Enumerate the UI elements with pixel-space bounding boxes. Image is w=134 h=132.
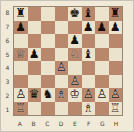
square-f4[interactable] (82, 61, 96, 75)
square-c6[interactable] (41, 34, 55, 48)
piece-white-pawn[interactable]: ♙ (96, 88, 107, 101)
square-d7[interactable] (55, 21, 69, 35)
square-d2[interactable]: ♗ (55, 88, 69, 102)
square-b5[interactable]: ♟ (28, 48, 42, 62)
piece-black-rook[interactable]: ♜ (110, 7, 121, 20)
piece-black-bishop[interactable]: ♝ (83, 48, 94, 61)
square-c7[interactable] (41, 21, 55, 35)
square-b1[interactable] (28, 102, 42, 116)
square-h7[interactable]: ♟ (109, 21, 123, 35)
file-label-e: E (68, 117, 82, 129)
square-d3[interactable] (55, 75, 69, 89)
rank-label-3: 3 (3, 75, 12, 89)
square-d4[interactable]: ♙ (55, 61, 69, 75)
square-g6[interactable] (95, 34, 109, 48)
piece-black-pawn[interactable]: ♟ (110, 21, 121, 34)
file-labels: ABCDEFGH (13, 117, 123, 129)
rank-label-7: 7 (3, 20, 12, 34)
square-a1[interactable]: ♖ (14, 102, 28, 116)
piece-white-knight[interactable]: ♘ (69, 48, 80, 61)
rank-label-8: 8 (3, 6, 12, 20)
square-c3[interactable] (41, 75, 55, 89)
piece-white-pawn[interactable]: ♙ (56, 61, 67, 74)
square-a8[interactable]: ♜ (14, 7, 28, 21)
square-e6[interactable]: ♟ (68, 34, 82, 48)
rank-label-2: 2 (3, 89, 12, 103)
piece-white-pawn[interactable]: ♙ (83, 88, 94, 101)
file-label-b: B (27, 117, 41, 129)
square-c5[interactable] (41, 48, 55, 62)
square-e1[interactable] (68, 102, 82, 116)
file-label-a: A (13, 117, 27, 129)
square-g4[interactable] (95, 61, 109, 75)
piece-white-pawn[interactable]: ♙ (69, 75, 80, 88)
square-c1[interactable] (41, 102, 55, 116)
rank-labels: 87654321 (3, 6, 12, 116)
piece-black-king[interactable]: ♚ (69, 7, 80, 20)
square-g2[interactable]: ♙ (95, 88, 109, 102)
square-f8[interactable]: ♝ (82, 7, 96, 21)
square-d1[interactable] (55, 102, 69, 116)
square-h3[interactable] (109, 75, 123, 89)
rank-label-1: 1 (3, 102, 12, 116)
piece-black-pawn[interactable]: ♟ (96, 21, 107, 34)
square-d5[interactable] (55, 48, 69, 62)
square-g1[interactable] (95, 102, 109, 116)
piece-black-pawn[interactable]: ♟ (29, 48, 40, 61)
square-h5[interactable] (109, 48, 123, 62)
piece-black-pawn[interactable]: ♟ (15, 21, 26, 34)
file-label-g: G (96, 117, 110, 129)
square-c2[interactable]: ♞ (41, 88, 55, 102)
square-e2[interactable]: ♔ (68, 88, 82, 102)
piece-white-rook[interactable]: ♖ (110, 102, 121, 115)
rank-label-6: 6 (3, 34, 12, 48)
square-e4[interactable] (68, 61, 82, 75)
square-a2[interactable]: ♙ (14, 88, 28, 102)
square-g5[interactable] (95, 48, 109, 62)
square-b6[interactable] (28, 34, 42, 48)
square-g7[interactable]: ♟ (95, 21, 109, 35)
square-g3[interactable] (95, 75, 109, 89)
square-e8[interactable]: ♚ (68, 7, 82, 21)
file-label-c: C (41, 117, 55, 129)
file-label-d: D (54, 117, 68, 129)
square-c8[interactable] (41, 7, 55, 21)
square-f5[interactable]: ♝ (82, 48, 96, 62)
square-f2[interactable]: ♙ (82, 88, 96, 102)
square-f6[interactable] (82, 34, 96, 48)
piece-black-queen[interactable]: ♛ (29, 88, 40, 101)
file-label-h: H (109, 117, 123, 129)
square-h1[interactable]: ♖ (109, 102, 123, 116)
square-e7[interactable] (68, 21, 82, 35)
square-b4[interactable] (28, 61, 42, 75)
piece-black-knight[interactable]: ♞ (42, 88, 53, 101)
square-h6[interactable] (109, 34, 123, 48)
file-label-f: F (82, 117, 96, 129)
square-b3[interactable] (28, 75, 42, 89)
piece-white-bishop[interactable]: ♗ (56, 88, 67, 101)
piece-black-pawn[interactable]: ♟ (69, 34, 80, 47)
square-b7[interactable] (28, 21, 42, 35)
square-e5[interactable]: ♘ (68, 48, 82, 62)
square-c4[interactable] (41, 61, 55, 75)
square-b8[interactable] (28, 7, 42, 21)
square-b2[interactable]: ♛ (28, 88, 42, 102)
chess-board[interactable]: ♜♚♝♜♟♟♟♟♟♕♟♘♝♙♙♙♛♞♗♔♙♙♙♖♗♖ (13, 6, 123, 116)
chess-diagram: 87654321 ♜♚♝♜♟♟♟♟♟♕♟♘♝♙♙♙♛♞♗♔♙♙♙♖♗♖ ABCD… (0, 0, 134, 132)
piece-white-pawn[interactable]: ♙ (110, 88, 121, 101)
square-a5[interactable]: ♕ (14, 48, 28, 62)
square-e3[interactable]: ♙ (68, 75, 82, 89)
square-h8[interactable]: ♜ (109, 7, 123, 21)
square-f7[interactable]: ♟ (82, 21, 96, 35)
square-a6[interactable] (14, 34, 28, 48)
square-d6[interactable] (55, 34, 69, 48)
square-h2[interactable]: ♙ (109, 88, 123, 102)
square-a3[interactable] (14, 75, 28, 89)
piece-black-pawn[interactable]: ♟ (83, 21, 94, 34)
piece-white-rook[interactable]: ♖ (15, 102, 26, 115)
square-f3[interactable] (82, 75, 96, 89)
square-h4[interactable] (109, 61, 123, 75)
piece-white-queen[interactable]: ♕ (15, 48, 26, 61)
piece-white-king[interactable]: ♔ (69, 88, 80, 101)
piece-white-bishop[interactable]: ♗ (83, 102, 94, 115)
square-a7[interactable]: ♟ (14, 21, 28, 35)
square-f1[interactable]: ♗ (82, 102, 96, 116)
piece-black-bishop[interactable]: ♝ (83, 7, 94, 20)
square-d8[interactable] (55, 7, 69, 21)
square-g8[interactable] (95, 7, 109, 21)
piece-black-rook[interactable]: ♜ (15, 7, 26, 20)
rank-label-4: 4 (3, 61, 12, 75)
square-a4[interactable] (14, 61, 28, 75)
piece-white-pawn[interactable]: ♙ (15, 88, 26, 101)
rank-label-5: 5 (3, 47, 12, 61)
